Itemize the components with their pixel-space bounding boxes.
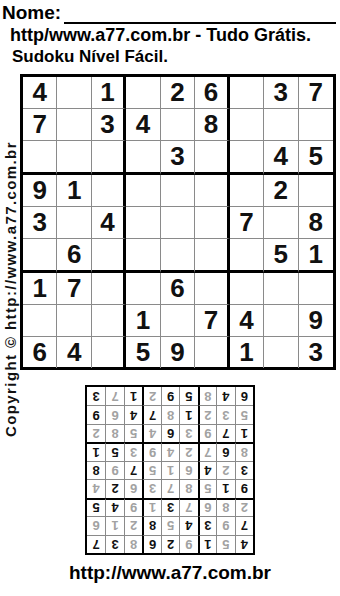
puzzle-cell[interactable]: 5 (264, 239, 298, 273)
solution-cell: 8 (161, 405, 179, 423)
puzzle-cell[interactable]: 7 (57, 273, 91, 305)
solution-cell: 3 (105, 535, 123, 553)
puzzle-cell[interactable] (126, 77, 160, 109)
puzzle-cell[interactable]: 1 (230, 337, 264, 368)
solution-cell: 8 (198, 387, 216, 405)
puzzle-title: Sudoku Nível Fácil. (12, 47, 168, 67)
solution-cell: 7 (142, 405, 160, 423)
solution-cell: 6 (235, 387, 253, 405)
solution-cell: 3 (87, 387, 105, 405)
puzzle-cell[interactable] (92, 141, 126, 175)
puzzle-cell[interactable] (230, 141, 264, 175)
solution-cell: 5 (235, 405, 253, 423)
puzzle-cell[interactable] (161, 305, 195, 337)
solution-cell: 7 (179, 498, 197, 516)
puzzle-cell[interactable]: 1 (299, 239, 333, 273)
puzzle-cell[interactable] (92, 175, 126, 207)
solution-cell: 6 (142, 535, 160, 553)
solution-cell: 3 (235, 461, 253, 479)
name-label: Nome: (2, 2, 61, 24)
puzzle-cell[interactable] (230, 239, 264, 273)
puzzle-cell[interactable] (161, 239, 195, 273)
puzzle-cell[interactable]: 9 (23, 175, 57, 207)
puzzle-cell[interactable] (57, 77, 91, 109)
solution-cell: 2 (87, 424, 105, 442)
puzzle-cell[interactable] (57, 207, 91, 239)
puzzle-cell[interactable]: 3 (264, 77, 298, 109)
puzzle-cell[interactable]: 9 (161, 337, 195, 368)
puzzle-cell[interactable]: 7 (230, 207, 264, 239)
puzzle-cell[interactable]: 6 (161, 273, 195, 305)
puzzle-cell[interactable]: 1 (92, 77, 126, 109)
name-row: Nome: (2, 2, 336, 24)
solution-cell: 2 (198, 405, 216, 423)
puzzle-cell[interactable] (299, 273, 333, 305)
puzzle-cell[interactable] (264, 305, 298, 337)
solution-cell: 7 (235, 516, 253, 534)
solution-cell: 9 (216, 516, 234, 534)
puzzle-cell[interactable]: 3 (23, 207, 57, 239)
solution-cell: 9 (198, 424, 216, 442)
puzzle-cell[interactable]: 6 (23, 337, 57, 368)
solution-cell: 1 (198, 535, 216, 553)
solution-cell: 5 (179, 387, 197, 405)
puzzle-cell[interactable] (230, 175, 264, 207)
solution-cell: 7 (87, 535, 105, 553)
puzzle-cell[interactable]: 4 (57, 337, 91, 368)
site-url-line[interactable]: http/www.a77.com.br - Tudo Grátis. (10, 25, 311, 46)
puzzle-cell[interactable]: 7 (23, 109, 57, 141)
puzzle-cell[interactable]: 4 (92, 207, 126, 239)
puzzle-cell[interactable]: 9 (299, 305, 333, 337)
solution-cell: 3 (216, 405, 234, 423)
page: Nome: http/www.a77.com.br - Tudo Grátis.… (0, 0, 340, 596)
puzzle-cell[interactable] (195, 175, 229, 207)
puzzle-cell[interactable] (57, 141, 91, 175)
solution-cell: 8 (179, 479, 197, 497)
solution-cell: 8 (142, 516, 160, 534)
solution-cell: 7 (124, 461, 142, 479)
solution-grid: 4519268377934582162867319459158736243246… (85, 385, 255, 555)
solution-cell: 9 (105, 461, 123, 479)
solution-cell: 4 (87, 479, 105, 497)
puzzle-cell[interactable] (195, 273, 229, 305)
solution-cell: 7 (216, 424, 234, 442)
puzzle-cell[interactable] (195, 239, 229, 273)
solution-cell: 4 (235, 535, 253, 553)
solution-cell: 3 (142, 479, 160, 497)
puzzle-cell[interactable]: 1 (23, 273, 57, 305)
solution-cell: 6 (124, 479, 142, 497)
solution-cell: 6 (161, 424, 179, 442)
solution-cell: 3 (124, 442, 142, 460)
solution-cell: 3 (161, 498, 179, 516)
puzzle-cell[interactable] (264, 273, 298, 305)
puzzle-cell[interactable] (126, 239, 160, 273)
solution-cell: 6 (198, 498, 216, 516)
solution-cell: 9 (124, 498, 142, 516)
puzzle-cell[interactable]: 2 (264, 175, 298, 207)
solution-cell: 5 (105, 442, 123, 460)
puzzle-cell[interactable]: 3 (161, 141, 195, 175)
puzzle-cell[interactable]: 7 (195, 305, 229, 337)
solution-cell: 5 (161, 516, 179, 534)
solution-cell: 5 (198, 479, 216, 497)
solution-cell: 5 (142, 461, 160, 479)
solution-cell: 1 (161, 461, 179, 479)
solution-cell: 1 (179, 405, 197, 423)
puzzle-cell[interactable] (92, 305, 126, 337)
puzzle-cell[interactable] (92, 239, 126, 273)
solution-cell: 8 (105, 424, 123, 442)
puzzle-grid: 412637734834591234786511761749645913 (20, 74, 336, 370)
puzzle-cell[interactable]: 4 (126, 109, 160, 141)
solution-cell: 5 (124, 424, 142, 442)
solution-cell: 9 (179, 535, 197, 553)
solution-cell: 7 (161, 479, 179, 497)
solution-cell: 4 (198, 461, 216, 479)
solution-cell: 2 (124, 516, 142, 534)
footer-url[interactable]: http://www.a77.com.br (0, 562, 340, 584)
puzzle-cell[interactable]: 5 (126, 337, 160, 368)
solution-cell: 9 (235, 479, 253, 497)
puzzle-cell[interactable] (23, 239, 57, 273)
solution-cell: 4 (216, 387, 234, 405)
puzzle-cell[interactable]: 4 (264, 141, 298, 175)
puzzle-cell[interactable]: 6 (57, 239, 91, 273)
solution-cell: 8 (124, 535, 142, 553)
puzzle-cell[interactable]: 4 (23, 77, 57, 109)
solution-cell: 2 (235, 498, 253, 516)
solution-cell: 3 (179, 424, 197, 442)
puzzle-cell[interactable] (57, 109, 91, 141)
solution-cell: 2 (216, 461, 234, 479)
solution-cell: 1 (235, 424, 253, 442)
solution-cell: 2 (161, 535, 179, 553)
solution-cell: 6 (87, 516, 105, 534)
puzzle-cell[interactable]: 3 (92, 109, 126, 141)
solution-cell: 1 (216, 479, 234, 497)
puzzle-cell[interactable] (195, 141, 229, 175)
solution-cell: 9 (87, 405, 105, 423)
solution-cell: 1 (142, 498, 160, 516)
puzzle-cell[interactable] (230, 77, 264, 109)
solution-cell: 8 (235, 442, 253, 460)
solution-cell: 5 (87, 498, 105, 516)
solution-cell: 3 (198, 516, 216, 534)
puzzle-cell[interactable] (264, 337, 298, 368)
puzzle-cell[interactable] (161, 207, 195, 239)
puzzle-cell[interactable]: 5 (299, 141, 333, 175)
puzzle-cell[interactable]: 4 (230, 305, 264, 337)
puzzle-cell[interactable]: 8 (299, 207, 333, 239)
solution-cell: 1 (87, 442, 105, 460)
solution-cell: 8 (216, 498, 234, 516)
solution-cell: 9 (161, 387, 179, 405)
solution-cell: 7 (198, 442, 216, 460)
puzzle-cell[interactable] (195, 337, 229, 368)
solution-cell: 6 (216, 442, 234, 460)
puzzle-cell[interactable]: 2 (161, 77, 195, 109)
puzzle-cell[interactable] (264, 109, 298, 141)
solution-cell: 4 (142, 424, 160, 442)
solution-cell: 6 (105, 405, 123, 423)
puzzle-cell[interactable]: 1 (57, 175, 91, 207)
puzzle-cell[interactable] (23, 305, 57, 337)
puzzle-cell[interactable]: 6 (195, 77, 229, 109)
puzzle-cell[interactable] (92, 337, 126, 368)
puzzle-cell[interactable]: 1 (126, 305, 160, 337)
puzzle-cell[interactable] (195, 207, 229, 239)
puzzle-cell[interactable] (299, 175, 333, 207)
solution-cell: 2 (142, 387, 160, 405)
solution-cell: 7 (105, 387, 123, 405)
puzzle-cell[interactable] (230, 109, 264, 141)
name-blank-line (64, 5, 336, 24)
puzzle-cell[interactable] (299, 109, 333, 141)
puzzle-cell[interactable] (126, 273, 160, 305)
puzzle-cell[interactable]: 8 (195, 109, 229, 141)
puzzle-cell[interactable] (161, 109, 195, 141)
solution-cell: 6 (179, 461, 197, 479)
solution-cell: 2 (179, 442, 197, 460)
puzzle-cell[interactable] (161, 175, 195, 207)
solution-cell: 4 (179, 516, 197, 534)
puzzle-cell[interactable] (92, 273, 126, 305)
puzzle-cell[interactable] (126, 207, 160, 239)
puzzle-cell[interactable]: 7 (299, 77, 333, 109)
solution-cell: 2 (105, 479, 123, 497)
puzzle-cell[interactable] (126, 141, 160, 175)
solution-cell: 1 (105, 516, 123, 534)
solution-cell: 1 (124, 387, 142, 405)
solution-cell: 4 (124, 405, 142, 423)
copyright-vertical-text: Copyright © http://www.a77.com.br (2, 141, 19, 437)
solution-cell: 9 (142, 442, 160, 460)
puzzle-cell[interactable] (230, 273, 264, 305)
puzzle-cell[interactable]: 3 (299, 337, 333, 368)
solution-cell: 5 (216, 535, 234, 553)
puzzle-cell[interactable] (23, 141, 57, 175)
solution-cell: 8 (87, 461, 105, 479)
puzzle-cell[interactable] (264, 207, 298, 239)
puzzle-cell[interactable] (126, 175, 160, 207)
solution-cell: 4 (161, 442, 179, 460)
puzzle-cell[interactable] (57, 305, 91, 337)
solution-cell: 4 (105, 498, 123, 516)
